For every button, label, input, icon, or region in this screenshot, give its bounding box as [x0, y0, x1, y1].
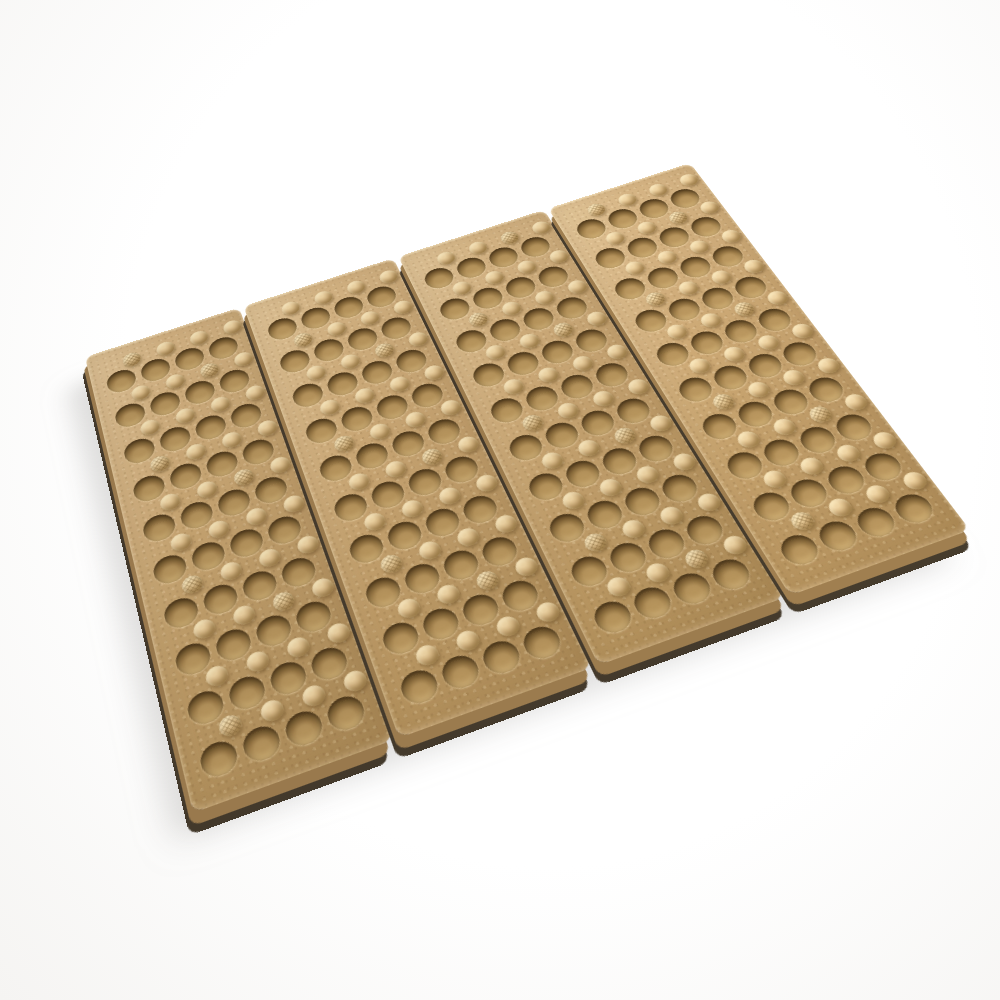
pit — [541, 419, 582, 451]
bump — [841, 392, 870, 413]
bump — [232, 350, 254, 368]
bump — [642, 561, 672, 586]
bump — [677, 172, 701, 188]
bump — [439, 398, 464, 418]
pit — [520, 305, 558, 333]
bump — [435, 582, 463, 607]
bump — [570, 354, 596, 373]
pit — [657, 470, 702, 505]
pit — [675, 373, 718, 404]
pit — [437, 651, 482, 692]
pit — [486, 315, 524, 343]
bump — [745, 379, 773, 399]
pit — [859, 449, 907, 484]
bump — [332, 433, 357, 454]
bump — [219, 559, 244, 582]
pit — [667, 186, 704, 211]
pit — [502, 274, 539, 301]
pit — [197, 737, 240, 781]
bump — [198, 361, 220, 380]
bump — [760, 468, 790, 491]
bump — [164, 372, 186, 391]
bump — [353, 386, 377, 406]
bump — [633, 464, 661, 486]
pit — [518, 622, 564, 663]
bump — [666, 210, 690, 226]
pit — [469, 360, 508, 390]
bump — [731, 300, 758, 318]
pit — [889, 490, 939, 527]
bump — [670, 451, 699, 473]
pit — [577, 406, 619, 438]
foam-seat-pad — [85, 163, 970, 813]
bump — [825, 496, 856, 519]
pit — [686, 327, 728, 357]
bump — [720, 533, 751, 557]
bump — [204, 663, 231, 689]
bump — [434, 250, 457, 267]
bump — [604, 342, 630, 361]
pit — [629, 583, 676, 622]
pit — [538, 337, 577, 366]
pit — [665, 295, 705, 323]
bump — [285, 634, 312, 660]
bump — [359, 309, 382, 327]
bump — [310, 576, 336, 600]
pit — [687, 214, 726, 240]
bump — [155, 340, 176, 358]
pit — [525, 469, 567, 503]
bump — [625, 377, 652, 397]
pit — [823, 462, 871, 497]
bump — [603, 230, 627, 247]
bump — [347, 471, 372, 493]
bump — [280, 299, 302, 316]
bump — [121, 350, 142, 368]
product-photo-stage — [0, 0, 1000, 1000]
bump — [498, 230, 521, 246]
bump — [244, 649, 271, 675]
bump — [395, 596, 423, 621]
bump — [456, 434, 482, 455]
pit — [592, 245, 630, 271]
bump — [378, 552, 405, 576]
pit — [698, 284, 739, 312]
bump — [158, 491, 182, 513]
bump — [217, 712, 244, 740]
bump — [493, 512, 521, 535]
bump — [300, 682, 328, 709]
bump — [325, 620, 352, 645]
bump — [862, 483, 893, 506]
bump — [244, 383, 267, 402]
bump — [616, 192, 640, 208]
pit — [720, 316, 762, 345]
bump — [694, 491, 724, 514]
bump — [656, 504, 685, 527]
bump — [292, 331, 315, 349]
bump — [400, 497, 426, 519]
bump — [184, 442, 207, 462]
bump — [655, 249, 680, 266]
bump — [814, 356, 843, 376]
bump — [585, 202, 608, 218]
bump — [368, 421, 393, 441]
bump — [174, 406, 196, 426]
bump — [455, 525, 482, 548]
bump — [764, 289, 791, 307]
pit — [804, 373, 849, 405]
pit — [744, 350, 787, 381]
pit — [592, 359, 633, 389]
bump — [305, 363, 328, 382]
pit — [589, 597, 636, 637]
bump — [474, 472, 501, 494]
bump — [646, 182, 670, 198]
bump — [719, 228, 744, 245]
pit — [852, 503, 901, 540]
bump — [483, 343, 508, 362]
bump — [755, 333, 782, 352]
bump — [575, 438, 602, 459]
pit — [655, 224, 693, 250]
bump — [499, 300, 523, 318]
bump — [482, 269, 506, 286]
pit — [709, 362, 752, 393]
pit — [598, 444, 641, 478]
bump — [232, 467, 256, 488]
bump — [559, 489, 587, 512]
bump — [413, 642, 442, 668]
bump — [532, 289, 556, 307]
bump — [318, 397, 342, 417]
bump — [515, 259, 539, 276]
bump — [466, 240, 489, 257]
bump — [195, 479, 219, 500]
bump — [244, 505, 269, 527]
bump — [643, 290, 669, 308]
bump — [258, 697, 286, 724]
pit — [605, 538, 651, 575]
pit — [522, 383, 562, 414]
pit — [643, 525, 689, 562]
pit — [748, 488, 795, 524]
bump — [869, 429, 899, 451]
bump — [362, 510, 388, 533]
bump — [231, 603, 257, 628]
pit — [567, 552, 612, 590]
bump — [220, 430, 243, 450]
bump — [454, 628, 483, 654]
bump — [596, 476, 624, 498]
pit — [707, 555, 755, 594]
bump — [709, 392, 737, 413]
pit — [624, 234, 662, 260]
pit — [631, 306, 671, 335]
bump — [789, 321, 817, 340]
bump — [635, 220, 659, 236]
bump — [806, 404, 835, 425]
bump — [256, 418, 280, 438]
bump — [513, 555, 541, 579]
bump — [257, 546, 282, 569]
bump — [403, 409, 428, 429]
bump — [611, 425, 638, 446]
bump — [209, 395, 232, 414]
pit — [281, 706, 325, 749]
bump — [373, 341, 397, 360]
bump — [517, 332, 542, 351]
bump — [281, 493, 306, 515]
bump — [734, 429, 763, 451]
pit — [778, 338, 821, 368]
pit — [611, 275, 650, 302]
bump — [647, 413, 675, 434]
bump — [148, 453, 171, 474]
bump — [681, 547, 711, 571]
pit — [734, 397, 778, 429]
bump — [407, 330, 431, 348]
bump — [664, 322, 690, 341]
bump — [501, 377, 526, 397]
bump — [139, 417, 161, 437]
bump — [708, 268, 734, 286]
pit — [795, 423, 841, 457]
pit — [814, 517, 863, 554]
bump — [698, 311, 724, 330]
pit — [636, 196, 673, 221]
bump — [295, 533, 321, 556]
bump — [271, 589, 297, 613]
bump — [188, 329, 210, 347]
bump — [899, 469, 931, 492]
bump — [590, 389, 617, 409]
pit — [708, 243, 748, 270]
bump — [130, 383, 152, 402]
bump — [622, 259, 647, 276]
pit — [517, 234, 553, 260]
pit — [775, 530, 824, 568]
bump — [222, 318, 244, 336]
bump — [450, 280, 473, 297]
pit — [620, 483, 665, 518]
pit — [498, 576, 543, 615]
bump — [341, 668, 369, 695]
pit — [561, 456, 604, 490]
bump — [326, 320, 349, 338]
pit — [535, 263, 572, 290]
bump — [422, 363, 446, 382]
pit — [676, 253, 715, 280]
pit — [731, 273, 772, 301]
bump — [529, 220, 552, 236]
pit — [583, 496, 627, 532]
bump — [180, 573, 205, 597]
bump — [392, 298, 415, 316]
bump — [741, 258, 767, 276]
pit — [323, 691, 367, 734]
bump — [313, 289, 335, 306]
pit — [396, 665, 441, 707]
bump — [169, 531, 193, 554]
bump — [787, 509, 818, 533]
bump — [519, 413, 545, 434]
bump — [770, 416, 799, 437]
bump — [207, 518, 231, 540]
bump — [535, 365, 561, 385]
bump — [584, 310, 609, 328]
bump — [534, 599, 563, 624]
pit — [644, 264, 683, 291]
pit — [557, 371, 597, 402]
bump — [550, 321, 575, 340]
pit — [239, 721, 282, 765]
pit — [572, 326, 612, 355]
pit — [831, 410, 877, 443]
pit — [652, 339, 693, 369]
bump — [603, 574, 633, 599]
pit — [754, 305, 796, 334]
bump — [437, 485, 463, 507]
pit — [722, 448, 767, 482]
bump — [555, 401, 581, 421]
bump — [721, 344, 748, 363]
pit — [786, 475, 833, 511]
bump — [697, 199, 722, 215]
bump — [191, 617, 217, 642]
pit — [478, 636, 524, 677]
pit — [759, 435, 805, 469]
pit — [505, 431, 546, 464]
pit — [682, 511, 728, 548]
pit — [698, 410, 742, 443]
bump — [539, 450, 566, 472]
bump — [619, 517, 648, 540]
bump — [687, 238, 712, 255]
pit — [553, 294, 591, 322]
pit — [487, 394, 527, 425]
bump — [420, 446, 446, 467]
bump — [686, 356, 713, 376]
bump — [339, 352, 362, 371]
pit — [668, 569, 716, 608]
bump — [388, 374, 412, 393]
bump — [383, 458, 408, 479]
pit — [634, 431, 677, 464]
bump — [581, 531, 610, 555]
bump — [466, 311, 490, 329]
bump — [797, 455, 827, 477]
bump — [780, 368, 808, 388]
bump — [474, 568, 502, 592]
bump — [547, 248, 571, 265]
pit — [612, 394, 654, 426]
pit — [605, 206, 642, 231]
bump — [833, 442, 863, 464]
pit — [769, 385, 814, 417]
bump — [565, 278, 590, 296]
bump — [378, 268, 400, 285]
pit — [545, 509, 589, 545]
bump — [345, 279, 367, 296]
pit — [504, 348, 543, 378]
bump — [417, 539, 444, 562]
bump — [494, 613, 523, 639]
bump — [676, 279, 702, 297]
bump — [268, 454, 292, 475]
